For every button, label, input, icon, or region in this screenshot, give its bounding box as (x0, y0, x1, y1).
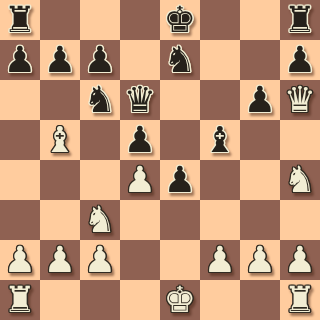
square-f1[interactable] (200, 280, 240, 320)
square-a7[interactable]: ♟︎ (0, 40, 40, 80)
square-a1[interactable]: ♜ (0, 280, 40, 320)
piece-white-rook-h1[interactable]: ♜ (284, 280, 316, 320)
square-d6[interactable]: ♛ (120, 80, 160, 120)
square-a8[interactable]: ♜ (0, 0, 40, 40)
piece-black-pawn-h7[interactable]: ♟︎ (284, 40, 316, 80)
piece-white-knight-h4[interactable]: ♞ (284, 160, 316, 200)
square-f2[interactable]: ♟︎ (200, 240, 240, 280)
square-e5[interactable] (160, 120, 200, 160)
square-c5[interactable] (80, 120, 120, 160)
square-b3[interactable] (40, 200, 80, 240)
square-h7[interactable]: ♟︎ (280, 40, 320, 80)
square-d8[interactable] (120, 0, 160, 40)
piece-white-pawn-f2[interactable]: ♟︎ (204, 240, 236, 280)
square-g6[interactable]: ♟︎ (240, 80, 280, 120)
square-b1[interactable] (40, 280, 80, 320)
piece-white-pawn-g2[interactable]: ♟︎ (244, 240, 276, 280)
square-b8[interactable] (40, 0, 80, 40)
piece-black-pawn-a7[interactable]: ♟︎ (4, 40, 36, 80)
square-b7[interactable]: ♟︎ (40, 40, 80, 80)
square-c3[interactable]: ♞ (80, 200, 120, 240)
square-c1[interactable] (80, 280, 120, 320)
square-d2[interactable] (120, 240, 160, 280)
square-c4[interactable] (80, 160, 120, 200)
piece-white-rook-a1[interactable]: ♜ (4, 280, 36, 320)
piece-black-pawn-d5[interactable]: ♟︎ (124, 120, 156, 160)
square-b2[interactable]: ♟︎ (40, 240, 80, 280)
square-e4[interactable]: ♟︎ (160, 160, 200, 200)
piece-black-rook-a8[interactable]: ♜ (4, 0, 36, 40)
square-h5[interactable] (280, 120, 320, 160)
square-e8[interactable]: ♚ (160, 0, 200, 40)
square-h1[interactable]: ♜ (280, 280, 320, 320)
chess-board: ♜♚♜♟︎♟︎♟︎♞♟︎♞♛♟︎♛♝♟︎♝♟︎♟︎♞♞♟︎♟︎♟︎♟︎♟︎♟︎♜… (0, 0, 320, 320)
square-d3[interactable] (120, 200, 160, 240)
piece-black-bishop-f5[interactable]: ♝ (204, 120, 236, 160)
square-h6[interactable]: ♛ (280, 80, 320, 120)
piece-white-pawn-c2[interactable]: ♟︎ (84, 240, 116, 280)
square-d5[interactable]: ♟︎ (120, 120, 160, 160)
square-g3[interactable] (240, 200, 280, 240)
piece-black-pawn-g6[interactable]: ♟︎ (244, 80, 276, 120)
square-b5[interactable]: ♝ (40, 120, 80, 160)
square-e1[interactable]: ♚ (160, 280, 200, 320)
square-f3[interactable] (200, 200, 240, 240)
square-h3[interactable] (280, 200, 320, 240)
square-f5[interactable]: ♝ (200, 120, 240, 160)
piece-black-pawn-b7[interactable]: ♟︎ (44, 40, 76, 80)
piece-white-pawn-b2[interactable]: ♟︎ (44, 240, 76, 280)
square-c2[interactable]: ♟︎ (80, 240, 120, 280)
square-c6[interactable]: ♞ (80, 80, 120, 120)
square-c8[interactable] (80, 0, 120, 40)
piece-white-queen-h6[interactable]: ♛ (284, 80, 316, 120)
piece-white-pawn-a2[interactable]: ♟︎ (4, 240, 36, 280)
piece-black-pawn-e4[interactable]: ♟︎ (164, 160, 196, 200)
square-d4[interactable]: ♟︎ (120, 160, 160, 200)
square-a4[interactable] (0, 160, 40, 200)
square-h2[interactable]: ♟︎ (280, 240, 320, 280)
square-e2[interactable] (160, 240, 200, 280)
square-g7[interactable] (240, 40, 280, 80)
square-g2[interactable]: ♟︎ (240, 240, 280, 280)
piece-black-king-e8[interactable]: ♚ (164, 0, 196, 40)
square-g1[interactable] (240, 280, 280, 320)
square-f6[interactable] (200, 80, 240, 120)
piece-white-pawn-h2[interactable]: ♟︎ (284, 240, 316, 280)
piece-white-king-e1[interactable]: ♚ (164, 280, 196, 320)
piece-white-knight-c3[interactable]: ♞ (84, 200, 116, 240)
square-e3[interactable] (160, 200, 200, 240)
square-f7[interactable] (200, 40, 240, 80)
square-a6[interactable] (0, 80, 40, 120)
square-e6[interactable] (160, 80, 200, 120)
square-d1[interactable] (120, 280, 160, 320)
square-a2[interactable]: ♟︎ (0, 240, 40, 280)
square-e7[interactable]: ♞ (160, 40, 200, 80)
square-f8[interactable] (200, 0, 240, 40)
piece-black-pawn-c7[interactable]: ♟︎ (84, 40, 116, 80)
piece-black-rook-h8[interactable]: ♜ (284, 0, 316, 40)
square-g4[interactable] (240, 160, 280, 200)
piece-white-pawn-d4[interactable]: ♟︎ (124, 160, 156, 200)
square-b4[interactable] (40, 160, 80, 200)
square-f4[interactable] (200, 160, 240, 200)
square-c7[interactable]: ♟︎ (80, 40, 120, 80)
square-g8[interactable] (240, 0, 280, 40)
square-a5[interactable] (0, 120, 40, 160)
square-h8[interactable]: ♜ (280, 0, 320, 40)
piece-black-knight-e7[interactable]: ♞ (164, 40, 196, 80)
square-g5[interactable] (240, 120, 280, 160)
piece-black-knight-c6[interactable]: ♞ (84, 80, 116, 120)
piece-black-queen-d6[interactable]: ♛ (124, 80, 156, 120)
square-d7[interactable] (120, 40, 160, 80)
square-b6[interactable] (40, 80, 80, 120)
piece-white-bishop-b5[interactable]: ♝ (44, 120, 76, 160)
square-h4[interactable]: ♞ (280, 160, 320, 200)
square-a3[interactable] (0, 200, 40, 240)
